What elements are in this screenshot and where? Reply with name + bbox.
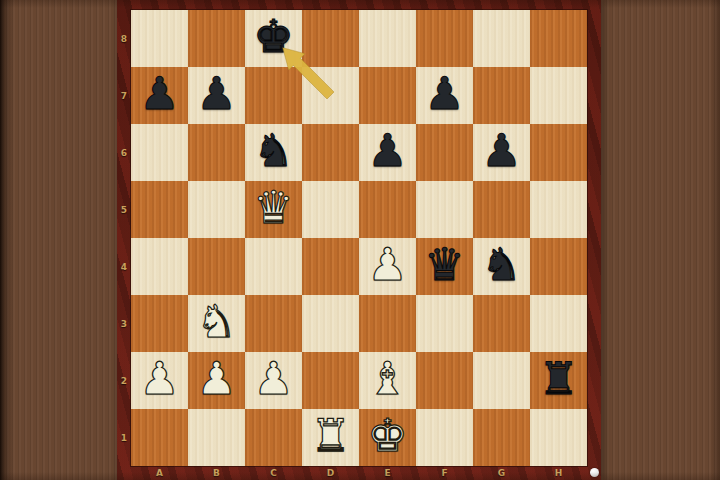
black-pawn: ♟: [196, 71, 236, 116]
square-h2[interactable]: ♜: [530, 352, 587, 409]
file-label-A: A: [131, 466, 188, 480]
square-b8[interactable]: [188, 10, 245, 67]
white-queen: ♛: [253, 185, 293, 230]
chess-board-frame: ♚♟♟♟♞♟♟♛♟♛♞♞♟♟♟♝♜♜♚ 87654321ABCDEFGH: [117, 0, 601, 480]
square-h5[interactable]: [530, 181, 587, 238]
file-label-E: E: [359, 466, 416, 480]
square-f1[interactable]: [416, 409, 473, 466]
square-a3[interactable]: [131, 295, 188, 352]
square-c5[interactable]: ♛: [245, 181, 302, 238]
square-e2[interactable]: ♝: [359, 352, 416, 409]
square-e6[interactable]: ♟: [359, 124, 416, 181]
square-f8[interactable]: [416, 10, 473, 67]
chess-board[interactable]: ♚♟♟♟♞♟♟♛♟♛♞♞♟♟♟♝♜♜♚: [131, 10, 587, 466]
black-pawn: ♟: [139, 71, 179, 116]
square-h3[interactable]: [530, 295, 587, 352]
square-g5[interactable]: [473, 181, 530, 238]
white-rook: ♜: [310, 413, 350, 458]
square-c7[interactable]: [245, 67, 302, 124]
file-label-G: G: [473, 466, 530, 480]
square-g7[interactable]: [473, 67, 530, 124]
square-b4[interactable]: [188, 238, 245, 295]
black-knight: ♞: [253, 128, 293, 173]
square-f3[interactable]: [416, 295, 473, 352]
black-king: ♚: [253, 14, 293, 59]
rank-label-4: 4: [117, 238, 131, 295]
white-pawn: ♟: [196, 356, 236, 401]
square-b6[interactable]: [188, 124, 245, 181]
square-f7[interactable]: ♟: [416, 67, 473, 124]
square-g2[interactable]: [473, 352, 530, 409]
square-b2[interactable]: ♟: [188, 352, 245, 409]
square-a5[interactable]: [131, 181, 188, 238]
square-c2[interactable]: ♟: [245, 352, 302, 409]
square-e8[interactable]: [359, 10, 416, 67]
square-d6[interactable]: [302, 124, 359, 181]
square-g1[interactable]: [473, 409, 530, 466]
square-f5[interactable]: [416, 181, 473, 238]
file-label-F: F: [416, 466, 473, 480]
square-d4[interactable]: [302, 238, 359, 295]
square-b1[interactable]: [188, 409, 245, 466]
file-label-B: B: [188, 466, 245, 480]
square-g6[interactable]: ♟: [473, 124, 530, 181]
white-king: ♚: [367, 413, 407, 458]
file-label-C: C: [245, 466, 302, 480]
rank-label-1: 1: [117, 409, 131, 466]
square-g3[interactable]: [473, 295, 530, 352]
square-e3[interactable]: [359, 295, 416, 352]
square-h4[interactable]: [530, 238, 587, 295]
square-c4[interactable]: [245, 238, 302, 295]
square-h7[interactable]: [530, 67, 587, 124]
square-d5[interactable]: [302, 181, 359, 238]
page-background: { "game": "chess", "position": { "fen": …: [0, 0, 720, 480]
square-c6[interactable]: ♞: [245, 124, 302, 181]
square-b7[interactable]: ♟: [188, 67, 245, 124]
square-d7[interactable]: [302, 67, 359, 124]
rank-label-8: 8: [117, 10, 131, 67]
black-rook: ♜: [538, 356, 578, 401]
square-f4[interactable]: ♛: [416, 238, 473, 295]
square-d8[interactable]: [302, 10, 359, 67]
square-a4[interactable]: [131, 238, 188, 295]
rank-label-7: 7: [117, 67, 131, 124]
white-pawn: ♟: [367, 242, 407, 287]
square-a1[interactable]: [131, 409, 188, 466]
square-c1[interactable]: [245, 409, 302, 466]
file-label-D: D: [302, 466, 359, 480]
rank-label-2: 2: [117, 352, 131, 409]
square-b3[interactable]: ♞: [188, 295, 245, 352]
black-pawn: ♟: [367, 128, 407, 173]
square-c8[interactable]: ♚: [245, 10, 302, 67]
rank-label-6: 6: [117, 124, 131, 181]
black-pawn: ♟: [481, 128, 521, 173]
black-pawn: ♟: [424, 71, 464, 116]
square-c3[interactable]: [245, 295, 302, 352]
square-h1[interactable]: [530, 409, 587, 466]
square-e7[interactable]: [359, 67, 416, 124]
white-pawn: ♟: [253, 356, 293, 401]
side-to-move-indicator-dot: [590, 468, 599, 477]
rank-label-5: 5: [117, 181, 131, 238]
square-d3[interactable]: [302, 295, 359, 352]
square-g4[interactable]: ♞: [473, 238, 530, 295]
square-h8[interactable]: [530, 10, 587, 67]
square-a2[interactable]: ♟: [131, 352, 188, 409]
square-e4[interactable]: ♟: [359, 238, 416, 295]
rank-label-3: 3: [117, 295, 131, 352]
square-a7[interactable]: ♟: [131, 67, 188, 124]
square-a6[interactable]: [131, 124, 188, 181]
square-a8[interactable]: [131, 10, 188, 67]
square-f2[interactable]: [416, 352, 473, 409]
square-h6[interactable]: [530, 124, 587, 181]
white-knight: ♞: [196, 299, 236, 344]
black-knight: ♞: [481, 242, 521, 287]
square-d1[interactable]: ♜: [302, 409, 359, 466]
black-queen: ♛: [424, 242, 464, 287]
square-d2[interactable]: [302, 352, 359, 409]
square-g8[interactable]: [473, 10, 530, 67]
file-label-H: H: [530, 466, 587, 480]
square-b5[interactable]: [188, 181, 245, 238]
square-f6[interactable]: [416, 124, 473, 181]
white-bishop: ♝: [367, 356, 407, 401]
square-e5[interactable]: [359, 181, 416, 238]
square-e1[interactable]: ♚: [359, 409, 416, 466]
white-pawn: ♟: [139, 356, 179, 401]
